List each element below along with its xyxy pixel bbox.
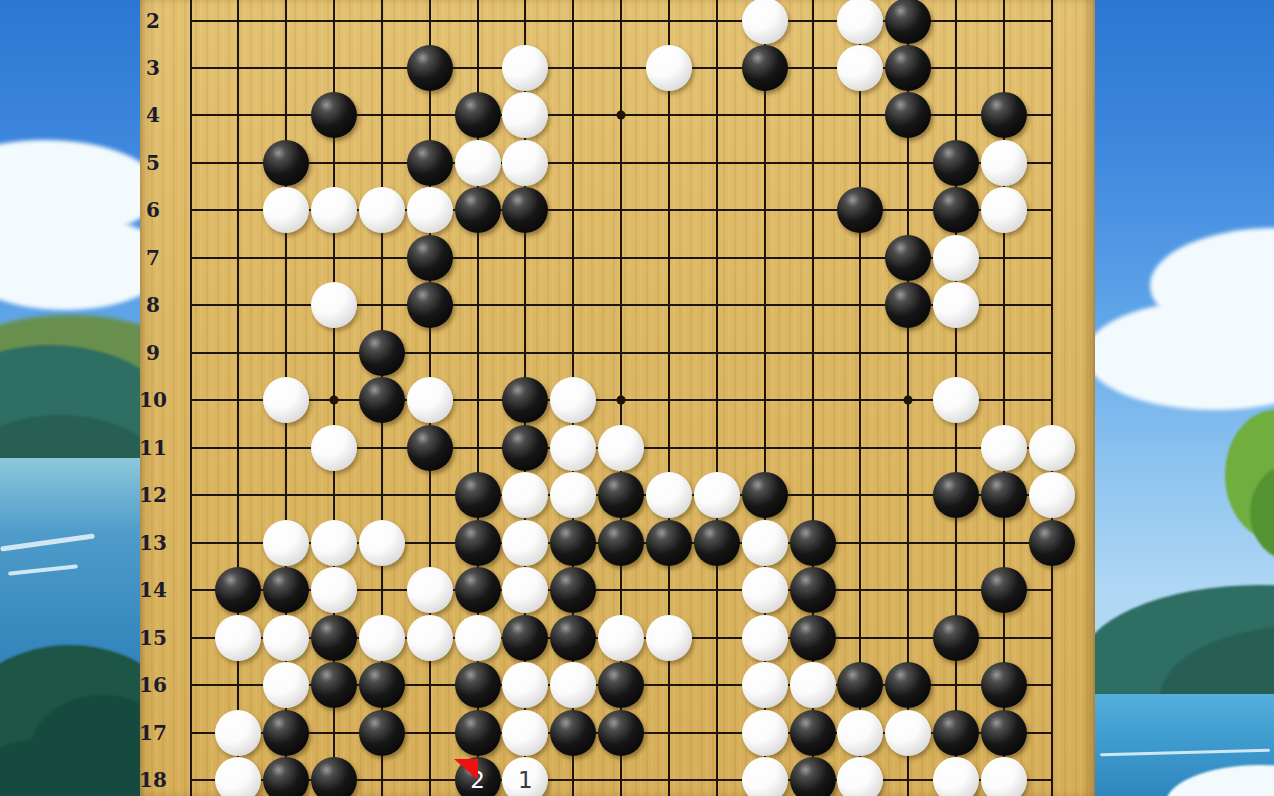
stone-black[interactable] (311, 92, 357, 138)
stone-white[interactable] (837, 45, 883, 91)
stone-black[interactable] (646, 520, 692, 566)
stone-black[interactable] (837, 187, 883, 233)
stone-white[interactable] (550, 377, 596, 423)
stone-black[interactable] (455, 567, 501, 613)
stone-black[interactable] (550, 567, 596, 613)
stone-white[interactable] (742, 520, 788, 566)
stone-black[interactable] (455, 187, 501, 233)
row-coordinate-label: 10 (140, 388, 168, 412)
stone-white[interactable] (502, 140, 548, 186)
grid-line (190, 352, 1053, 354)
row-coordinate-label: 13 (140, 531, 168, 555)
stone-black[interactable] (598, 710, 644, 756)
stone-black[interactable] (502, 615, 548, 661)
stone-white[interactable] (550, 425, 596, 471)
stone-white[interactable] (742, 615, 788, 661)
stone-white[interactable] (694, 472, 740, 518)
stone-white[interactable] (933, 282, 979, 328)
stone-black[interactable] (407, 45, 453, 91)
row-coordinate-label: 7 (140, 246, 168, 270)
stone-white[interactable] (407, 377, 453, 423)
stone-black[interactable] (550, 615, 596, 661)
stone-black[interactable] (359, 330, 405, 376)
move-number-label: 1 (502, 757, 548, 796)
stone-white[interactable] (885, 710, 931, 756)
stone-black[interactable] (933, 615, 979, 661)
stone-white[interactable] (742, 757, 788, 796)
screen: 2345678910111213141516171821 (0, 0, 1274, 796)
stone-black[interactable] (598, 472, 644, 518)
stone-white[interactable] (598, 615, 644, 661)
stone-white[interactable] (646, 45, 692, 91)
row-coordinate-label: 9 (140, 341, 168, 365)
stone-white[interactable] (502, 45, 548, 91)
stone-white[interactable] (407, 567, 453, 613)
stone-white[interactable] (646, 472, 692, 518)
stone-black[interactable] (790, 757, 836, 796)
stone-white[interactable] (455, 615, 501, 661)
stone-white[interactable] (933, 757, 979, 796)
row-coordinate-label: 17 (140, 721, 168, 745)
stone-black[interactable] (790, 710, 836, 756)
stone-white[interactable] (550, 662, 596, 708)
stone-white[interactable] (215, 615, 261, 661)
stone-black[interactable] (885, 0, 931, 44)
stone-black[interactable] (455, 662, 501, 708)
stone-white[interactable] (981, 140, 1027, 186)
stone-black[interactable] (981, 472, 1027, 518)
stone-black[interactable] (885, 662, 931, 708)
grid-line (716, 0, 718, 796)
stone-black[interactable] (407, 235, 453, 281)
stone-white[interactable] (263, 662, 309, 708)
row-coordinate-label: 3 (140, 56, 168, 80)
stone-white[interactable] (981, 757, 1027, 796)
grid-line (190, 162, 1053, 164)
row-coordinate-label: 15 (140, 626, 168, 650)
stone-black[interactable] (933, 472, 979, 518)
stone-black[interactable] (790, 615, 836, 661)
stone-black[interactable] (359, 377, 405, 423)
stone-black[interactable] (455, 710, 501, 756)
stone-black[interactable] (455, 92, 501, 138)
grid-line (237, 0, 239, 796)
stone-black[interactable] (885, 45, 931, 91)
stone-black[interactable] (694, 520, 740, 566)
stone-white[interactable] (1029, 472, 1075, 518)
stone-black[interactable] (885, 235, 931, 281)
row-coordinate-label: 4 (140, 103, 168, 127)
stone-white[interactable] (359, 615, 405, 661)
stone-white[interactable] (455, 140, 501, 186)
stone-black[interactable] (502, 377, 548, 423)
stone-black[interactable] (885, 92, 931, 138)
stone-black[interactable] (263, 710, 309, 756)
stone-black[interactable] (790, 520, 836, 566)
stone-black[interactable] (502, 425, 548, 471)
stone-black[interactable] (981, 710, 1027, 756)
stone-white[interactable] (215, 710, 261, 756)
stone-white[interactable] (742, 0, 788, 44)
go-board[interactable]: 2345678910111213141516171821 (140, 0, 1095, 796)
star-point (617, 396, 626, 405)
stone-white[interactable] (790, 662, 836, 708)
row-coordinate-label: 14 (140, 578, 168, 602)
stone-white[interactable] (263, 377, 309, 423)
stone-white[interactable] (646, 615, 692, 661)
stone-black[interactable] (263, 140, 309, 186)
stone-white[interactable] (1029, 425, 1075, 471)
stone-black[interactable] (550, 710, 596, 756)
stone-black[interactable] (1029, 520, 1075, 566)
stone-white[interactable] (502, 472, 548, 518)
row-coordinate-label: 11 (140, 436, 168, 460)
stone-black[interactable] (790, 567, 836, 613)
stone-white[interactable] (502, 710, 548, 756)
stone-black[interactable] (550, 520, 596, 566)
stone-black[interactable] (455, 472, 501, 518)
stone-white[interactable] (359, 520, 405, 566)
stone-black[interactable] (598, 520, 644, 566)
stone-white[interactable] (215, 757, 261, 796)
stone-white[interactable] (933, 235, 979, 281)
row-coordinate-label: 18 (140, 768, 168, 792)
stone-white[interactable] (742, 710, 788, 756)
grid-line (668, 0, 670, 796)
stone-black[interactable] (359, 710, 405, 756)
stone-black[interactable] (742, 472, 788, 518)
row-coordinate-label: 2 (140, 9, 168, 33)
stone-white[interactable] (311, 520, 357, 566)
stone-black[interactable] (933, 140, 979, 186)
stone-black[interactable] (981, 92, 1027, 138)
stone-black[interactable] (933, 187, 979, 233)
star-point (617, 111, 626, 120)
stone-black[interactable] (311, 662, 357, 708)
stone-white[interactable] (311, 282, 357, 328)
stone-black[interactable] (407, 140, 453, 186)
stone-white[interactable] (742, 567, 788, 613)
stone-black[interactable] (742, 45, 788, 91)
stone-white[interactable] (407, 615, 453, 661)
stone-white[interactable] (837, 710, 883, 756)
stone-white[interactable] (550, 472, 596, 518)
stone-white[interactable]: 1 (502, 757, 548, 796)
last-move-marker (454, 759, 478, 780)
grid-line (190, 0, 192, 796)
stone-white[interactable] (502, 662, 548, 708)
stone-white[interactable] (598, 425, 644, 471)
stone-black[interactable] (359, 662, 405, 708)
stone-black[interactable] (837, 662, 883, 708)
stone-white[interactable] (837, 757, 883, 796)
stone-white[interactable] (263, 520, 309, 566)
stone-black[interactable] (885, 282, 931, 328)
row-coordinate-label: 16 (140, 673, 168, 697)
stone-white[interactable] (981, 425, 1027, 471)
stone-black[interactable] (981, 567, 1027, 613)
stone-black[interactable] (311, 615, 357, 661)
stone-white[interactable] (407, 187, 453, 233)
stone-white[interactable] (311, 187, 357, 233)
stone-black[interactable] (263, 567, 309, 613)
stone-black[interactable] (981, 662, 1027, 708)
star-point (904, 396, 913, 405)
stone-white[interactable] (263, 615, 309, 661)
row-coordinate-label: 12 (140, 483, 168, 507)
stone-white[interactable] (359, 187, 405, 233)
stone-white[interactable] (981, 187, 1027, 233)
stone-white[interactable] (263, 187, 309, 233)
stone-white[interactable] (311, 567, 357, 613)
row-coordinate-label: 5 (140, 151, 168, 175)
stone-white[interactable] (502, 92, 548, 138)
grid-line (1051, 0, 1053, 796)
star-point (330, 396, 339, 405)
stone-black[interactable] (598, 662, 644, 708)
stone-black[interactable] (407, 282, 453, 328)
stone-white[interactable] (502, 520, 548, 566)
row-coordinate-label: 8 (140, 293, 168, 317)
stone-black[interactable] (407, 425, 453, 471)
stone-black[interactable] (933, 710, 979, 756)
stone-black[interactable] (311, 757, 357, 796)
stone-black[interactable] (502, 187, 548, 233)
stone-white[interactable] (742, 662, 788, 708)
stone-white[interactable] (502, 567, 548, 613)
stone-white[interactable] (933, 377, 979, 423)
stone-white[interactable] (837, 0, 883, 44)
stone-black[interactable] (215, 567, 261, 613)
stone-black[interactable] (263, 757, 309, 796)
stone-black[interactable] (455, 520, 501, 566)
row-coordinate-label: 6 (140, 198, 168, 222)
stone-white[interactable] (311, 425, 357, 471)
